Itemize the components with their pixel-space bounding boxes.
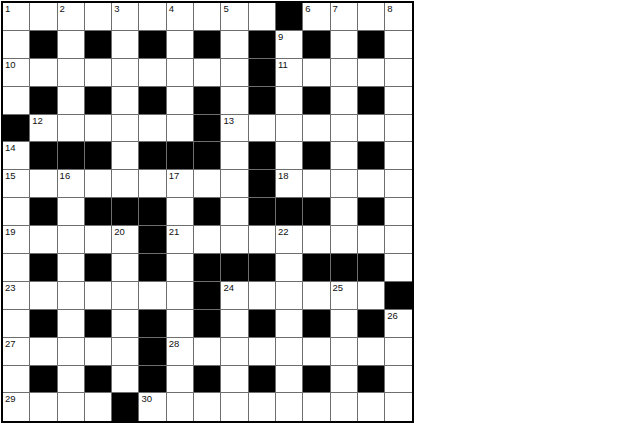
black-cell <box>358 142 385 170</box>
white-cell[interactable] <box>276 115 303 143</box>
white-cell[interactable]: 21 <box>167 226 194 254</box>
black-cell <box>85 310 112 338</box>
white-cell[interactable] <box>3 254 30 282</box>
white-cell[interactable]: 9 <box>276 31 303 59</box>
clue-number: 2 <box>60 3 65 14</box>
clue-number: 26 <box>387 310 398 321</box>
clue-number: 18 <box>278 170 289 181</box>
white-cell[interactable] <box>331 310 358 338</box>
white-cell[interactable] <box>385 170 412 198</box>
white-cell[interactable] <box>139 170 166 198</box>
white-cell[interactable] <box>331 170 358 198</box>
black-cell <box>194 366 221 394</box>
white-cell[interactable]: 4 <box>167 3 194 31</box>
black-cell <box>194 142 221 170</box>
white-cell[interactable] <box>167 198 194 226</box>
white-cell[interactable] <box>3 198 30 226</box>
black-cell <box>3 115 30 143</box>
clue-number: 24 <box>223 282 234 293</box>
white-cell[interactable] <box>303 226 330 254</box>
clue-number: 15 <box>5 170 16 181</box>
clue-number: 3 <box>114 3 119 14</box>
white-cell[interactable]: 25 <box>331 282 358 310</box>
black-cell <box>303 310 330 338</box>
white-cell[interactable] <box>331 142 358 170</box>
black-cell <box>249 87 276 115</box>
white-cell[interactable] <box>221 226 248 254</box>
black-cell <box>194 115 221 143</box>
black-cell <box>30 142 57 170</box>
clue-number: 9 <box>278 31 283 42</box>
white-cell[interactable] <box>358 59 385 87</box>
white-cell[interactable]: 16 <box>58 170 85 198</box>
white-cell[interactable] <box>221 198 248 226</box>
black-cell <box>194 87 221 115</box>
white-cell[interactable]: 27 <box>3 338 30 366</box>
black-cell <box>194 254 221 282</box>
white-cell[interactable] <box>303 170 330 198</box>
white-cell[interactable] <box>58 115 85 143</box>
white-cell[interactable] <box>58 338 85 366</box>
white-cell[interactable] <box>385 254 412 282</box>
clue-number: 21 <box>169 226 180 237</box>
white-cell[interactable] <box>358 338 385 366</box>
white-cell[interactable] <box>221 310 248 338</box>
white-cell[interactable]: 2 <box>58 3 85 31</box>
black-cell <box>85 254 112 282</box>
black-cell <box>139 87 166 115</box>
crossword-grid: 1234567891011121314151617181920212223242… <box>1 1 414 423</box>
white-cell[interactable] <box>385 87 412 115</box>
white-cell[interactable]: 12 <box>30 115 57 143</box>
black-cell <box>221 254 248 282</box>
white-cell[interactable] <box>249 226 276 254</box>
white-cell[interactable] <box>85 226 112 254</box>
white-cell[interactable] <box>3 310 30 338</box>
black-cell <box>249 366 276 394</box>
white-cell[interactable] <box>358 393 385 421</box>
white-cell[interactable]: 23 <box>3 282 30 310</box>
black-cell <box>194 198 221 226</box>
white-cell[interactable] <box>112 170 139 198</box>
black-cell <box>303 87 330 115</box>
white-cell[interactable] <box>167 254 194 282</box>
black-cell <box>85 366 112 394</box>
white-cell[interactable] <box>3 87 30 115</box>
white-cell[interactable] <box>30 226 57 254</box>
white-cell[interactable] <box>276 282 303 310</box>
white-cell[interactable]: 3 <box>112 3 139 31</box>
black-cell <box>139 226 166 254</box>
white-cell[interactable] <box>358 282 385 310</box>
white-cell[interactable] <box>221 338 248 366</box>
white-cell[interactable] <box>385 142 412 170</box>
black-cell <box>30 31 57 59</box>
white-cell[interactable] <box>276 393 303 421</box>
white-cell[interactable] <box>331 87 358 115</box>
clue-number: 7 <box>333 3 338 14</box>
white-cell[interactable] <box>385 338 412 366</box>
white-cell[interactable] <box>85 170 112 198</box>
white-cell[interactable]: 14 <box>3 142 30 170</box>
clue-number: 4 <box>169 3 174 14</box>
white-cell[interactable]: 29 <box>3 393 30 421</box>
white-cell[interactable] <box>112 310 139 338</box>
white-cell[interactable] <box>30 282 57 310</box>
white-cell[interactable] <box>385 31 412 59</box>
white-cell[interactable] <box>85 115 112 143</box>
white-cell[interactable]: 1 <box>3 3 30 31</box>
black-cell <box>139 31 166 59</box>
white-cell[interactable] <box>30 3 57 31</box>
white-cell[interactable] <box>58 226 85 254</box>
clue-number: 27 <box>5 338 16 349</box>
clue-number: 8 <box>387 3 392 14</box>
white-cell[interactable] <box>139 115 166 143</box>
white-cell[interactable] <box>385 226 412 254</box>
black-cell <box>303 198 330 226</box>
black-cell <box>139 310 166 338</box>
black-cell <box>112 198 139 226</box>
white-cell[interactable] <box>30 59 57 87</box>
black-cell <box>85 31 112 59</box>
white-cell[interactable]: 17 <box>167 170 194 198</box>
white-cell[interactable]: 5 <box>221 3 248 31</box>
white-cell[interactable] <box>331 198 358 226</box>
black-cell <box>139 338 166 366</box>
white-cell[interactable] <box>58 282 85 310</box>
white-cell[interactable] <box>303 59 330 87</box>
white-cell[interactable] <box>167 87 194 115</box>
clue-number: 25 <box>333 282 344 293</box>
clue-number: 20 <box>114 226 125 237</box>
white-cell[interactable] <box>112 115 139 143</box>
white-cell[interactable] <box>331 366 358 394</box>
white-cell[interactable] <box>139 282 166 310</box>
white-cell[interactable]: 28 <box>167 338 194 366</box>
black-cell <box>194 282 221 310</box>
white-cell[interactable] <box>194 170 221 198</box>
white-cell[interactable] <box>194 226 221 254</box>
white-cell[interactable] <box>303 115 330 143</box>
white-cell[interactable]: 6 <box>303 3 330 31</box>
white-cell[interactable] <box>194 59 221 87</box>
white-cell[interactable] <box>194 393 221 421</box>
black-cell <box>249 59 276 87</box>
white-cell[interactable] <box>3 366 30 394</box>
clue-number: 17 <box>169 170 180 181</box>
white-cell[interactable]: 15 <box>3 170 30 198</box>
white-cell[interactable] <box>221 393 248 421</box>
black-cell <box>139 142 166 170</box>
clue-number: 28 <box>169 338 180 349</box>
white-cell[interactable] <box>385 393 412 421</box>
white-cell[interactable] <box>167 393 194 421</box>
black-cell <box>194 31 221 59</box>
white-cell[interactable] <box>3 31 30 59</box>
white-cell[interactable] <box>167 310 194 338</box>
white-cell[interactable]: 7 <box>331 3 358 31</box>
white-cell[interactable] <box>385 366 412 394</box>
white-cell[interactable] <box>331 31 358 59</box>
white-cell[interactable] <box>58 59 85 87</box>
black-cell <box>331 254 358 282</box>
white-cell[interactable] <box>358 115 385 143</box>
white-cell[interactable] <box>385 115 412 143</box>
black-cell <box>139 198 166 226</box>
black-cell <box>167 142 194 170</box>
white-cell[interactable] <box>85 3 112 31</box>
black-cell <box>58 142 85 170</box>
white-cell[interactable] <box>276 338 303 366</box>
white-cell[interactable] <box>112 31 139 59</box>
black-cell <box>85 142 112 170</box>
white-cell[interactable] <box>249 3 276 31</box>
white-cell[interactable] <box>58 198 85 226</box>
white-cell[interactable] <box>112 338 139 366</box>
white-cell[interactable]: 20 <box>112 226 139 254</box>
black-cell <box>303 31 330 59</box>
clue-number: 19 <box>5 226 16 237</box>
white-cell[interactable] <box>276 366 303 394</box>
white-cell[interactable] <box>194 3 221 31</box>
black-cell <box>358 366 385 394</box>
white-cell[interactable]: 22 <box>276 226 303 254</box>
white-cell[interactable] <box>303 338 330 366</box>
black-cell <box>358 254 385 282</box>
white-cell[interactable]: 8 <box>385 3 412 31</box>
clue-number: 12 <box>32 115 43 126</box>
white-cell[interactable]: 30 <box>139 393 166 421</box>
white-cell[interactable] <box>58 310 85 338</box>
black-cell <box>85 87 112 115</box>
white-cell[interactable] <box>331 59 358 87</box>
white-cell[interactable] <box>139 3 166 31</box>
black-cell <box>358 198 385 226</box>
white-cell[interactable] <box>58 87 85 115</box>
clue-number: 16 <box>60 170 71 181</box>
clue-number: 14 <box>5 142 16 153</box>
clue-number: 22 <box>278 226 289 237</box>
black-cell <box>249 254 276 282</box>
white-cell[interactable] <box>221 59 248 87</box>
black-cell <box>249 310 276 338</box>
white-cell[interactable] <box>112 87 139 115</box>
white-cell[interactable] <box>331 115 358 143</box>
clue-number: 30 <box>141 393 152 404</box>
white-cell[interactable] <box>331 226 358 254</box>
white-cell[interactable] <box>85 59 112 87</box>
white-cell[interactable] <box>221 31 248 59</box>
clue-number: 23 <box>5 282 16 293</box>
white-cell[interactable] <box>30 170 57 198</box>
white-cell[interactable] <box>276 310 303 338</box>
white-cell[interactable] <box>112 254 139 282</box>
white-cell[interactable] <box>112 142 139 170</box>
black-cell <box>85 198 112 226</box>
white-cell[interactable] <box>85 338 112 366</box>
white-cell[interactable] <box>112 366 139 394</box>
white-cell[interactable] <box>30 338 57 366</box>
white-cell[interactable] <box>276 254 303 282</box>
white-cell[interactable] <box>167 31 194 59</box>
black-cell <box>194 310 221 338</box>
white-cell[interactable] <box>358 170 385 198</box>
black-cell <box>358 310 385 338</box>
white-cell[interactable] <box>167 59 194 87</box>
white-cell[interactable]: 11 <box>276 59 303 87</box>
white-cell[interactable] <box>249 282 276 310</box>
white-cell[interactable] <box>249 115 276 143</box>
white-cell[interactable] <box>221 366 248 394</box>
white-cell[interactable] <box>167 115 194 143</box>
white-cell[interactable] <box>303 393 330 421</box>
white-cell[interactable]: 19 <box>3 226 30 254</box>
black-cell <box>249 31 276 59</box>
black-cell <box>385 282 412 310</box>
clue-number: 5 <box>223 3 228 14</box>
black-cell <box>249 170 276 198</box>
black-cell <box>139 366 166 394</box>
black-cell <box>303 254 330 282</box>
white-cell[interactable] <box>85 393 112 421</box>
white-cell[interactable] <box>385 198 412 226</box>
white-cell[interactable] <box>385 59 412 87</box>
clue-number: 29 <box>5 393 16 404</box>
black-cell <box>30 254 57 282</box>
white-cell[interactable] <box>358 226 385 254</box>
white-cell[interactable] <box>358 3 385 31</box>
white-cell[interactable] <box>221 142 248 170</box>
black-cell <box>276 198 303 226</box>
white-cell[interactable] <box>276 87 303 115</box>
white-cell[interactable] <box>221 170 248 198</box>
white-cell[interactable] <box>58 393 85 421</box>
white-cell[interactable]: 18 <box>276 170 303 198</box>
black-cell <box>276 3 303 31</box>
black-cell <box>303 142 330 170</box>
black-cell <box>358 31 385 59</box>
white-cell[interactable]: 10 <box>3 59 30 87</box>
white-cell[interactable] <box>331 393 358 421</box>
white-cell[interactable]: 26 <box>385 310 412 338</box>
clue-number: 10 <box>5 59 16 70</box>
black-cell <box>358 87 385 115</box>
white-cell[interactable] <box>112 59 139 87</box>
black-cell <box>303 366 330 394</box>
white-cell[interactable] <box>249 393 276 421</box>
white-cell[interactable] <box>167 366 194 394</box>
black-cell <box>30 198 57 226</box>
clue-number: 13 <box>223 115 234 126</box>
black-cell <box>139 254 166 282</box>
white-cell[interactable] <box>85 282 112 310</box>
white-cell[interactable] <box>139 59 166 87</box>
white-cell[interactable] <box>249 338 276 366</box>
white-cell[interactable] <box>194 338 221 366</box>
black-cell <box>30 366 57 394</box>
white-cell[interactable] <box>58 31 85 59</box>
black-cell <box>30 310 57 338</box>
white-cell[interactable] <box>221 87 248 115</box>
clue-number: 6 <box>305 3 310 14</box>
white-cell[interactable] <box>58 254 85 282</box>
white-cell[interactable] <box>30 393 57 421</box>
black-cell <box>249 142 276 170</box>
white-cell[interactable] <box>303 282 330 310</box>
black-cell <box>30 87 57 115</box>
white-cell[interactable]: 13 <box>221 115 248 143</box>
black-cell <box>112 393 139 421</box>
black-cell <box>249 198 276 226</box>
clue-number: 11 <box>278 59 288 70</box>
white-cell[interactable] <box>58 366 85 394</box>
white-cell[interactable] <box>167 282 194 310</box>
white-cell[interactable] <box>112 282 139 310</box>
clue-number: 1 <box>5 3 10 14</box>
white-cell[interactable] <box>331 338 358 366</box>
white-cell[interactable] <box>276 142 303 170</box>
white-cell[interactable]: 24 <box>221 282 248 310</box>
